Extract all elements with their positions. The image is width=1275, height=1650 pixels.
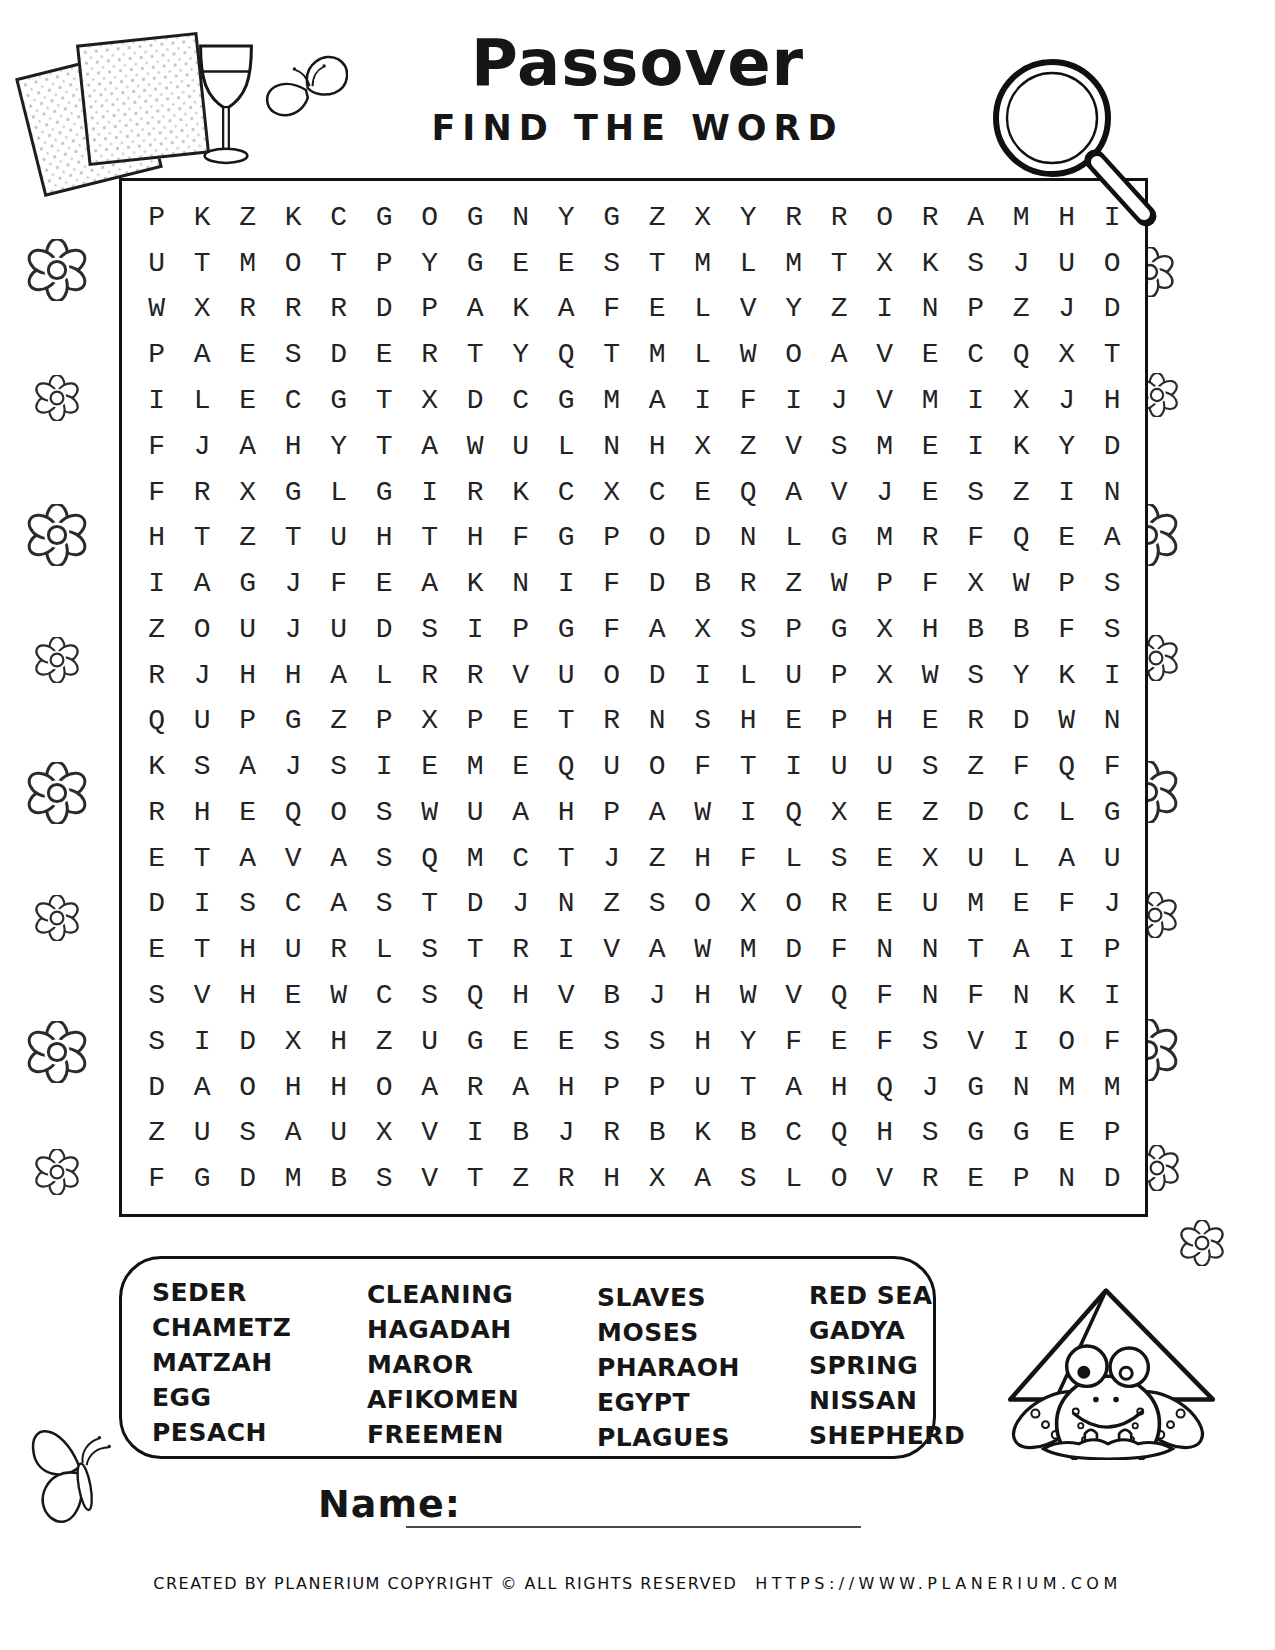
grid-cell[interactable]: C [271,378,317,424]
grid-cell[interactable]: P [771,607,817,653]
grid-cell[interactable]: R [134,653,180,699]
grid-cell[interactable]: R [453,470,499,516]
grid-cell[interactable]: R [817,882,863,928]
grid-cell[interactable]: Q [862,1065,908,1111]
grid-cell[interactable]: U [316,515,362,561]
grid-cell[interactable]: D [225,1019,271,1065]
grid-cell[interactable]: S [316,744,362,790]
grid-cell[interactable]: A [635,927,681,973]
grid-cell[interactable]: T [271,515,317,561]
grid-cell[interactable]: P [589,1065,635,1111]
grid-cell[interactable]: E [953,1156,999,1202]
grid-cell[interactable]: B [680,561,726,607]
grid-cell[interactable]: J [271,607,317,653]
grid-cell[interactable]: X [635,1156,681,1202]
grid-cell[interactable]: C [771,1110,817,1156]
grid-cell[interactable]: P [134,332,180,378]
grid-cell[interactable]: W [817,561,863,607]
grid-cell[interactable]: D [635,561,681,607]
grid-cell[interactable]: E [407,744,453,790]
grid-cell[interactable]: U [498,424,544,470]
grid-cell[interactable]: I [862,287,908,333]
grid-cell[interactable]: I [180,882,226,928]
grid-cell[interactable]: L [726,653,772,699]
grid-cell[interactable]: J [1044,287,1090,333]
grid-cell[interactable]: P [635,1065,681,1111]
grid-cell[interactable]: E [817,1019,863,1065]
grid-cell[interactable]: V [589,927,635,973]
grid-cell[interactable]: E [362,561,408,607]
grid-cell[interactable]: W [316,973,362,1019]
grid-cell[interactable]: H [134,515,180,561]
grid-cell[interactable]: M [225,241,271,287]
grid-cell[interactable]: E [134,927,180,973]
grid-cell[interactable]: M [453,836,499,882]
grid-cell[interactable]: J [635,973,681,1019]
grid-cell[interactable]: N [908,927,954,973]
grid-cell[interactable]: U [225,607,271,653]
grid-cell[interactable]: M [862,515,908,561]
grid-cell[interactable]: C [271,882,317,928]
grid-cell[interactable]: I [407,470,453,516]
grid-cell[interactable]: M [589,378,635,424]
grid-cell[interactable]: A [180,561,226,607]
grid-cell[interactable]: P [362,699,408,745]
grid-cell[interactable]: K [271,195,317,241]
grid-cell[interactable]: N [726,515,772,561]
grid-cell[interactable]: L [362,653,408,699]
grid-cell[interactable]: G [953,1110,999,1156]
grid-cell[interactable]: M [1044,1065,1090,1111]
grid-cell[interactable]: N [589,424,635,470]
grid-cell[interactable]: D [1090,1156,1136,1202]
grid-cell[interactable]: B [316,1156,362,1202]
grid-cell[interactable]: G [1090,790,1136,836]
grid-cell[interactable]: U [271,927,317,973]
grid-cell[interactable]: G [953,1065,999,1111]
grid-cell[interactable]: T [180,515,226,561]
grid-cell[interactable]: V [771,973,817,1019]
grid-cell[interactable]: I [726,790,772,836]
grid-cell[interactable]: B [953,607,999,653]
grid-cell[interactable]: G [316,378,362,424]
grid-cell[interactable]: J [180,424,226,470]
grid-cell[interactable]: A [316,653,362,699]
grid-cell[interactable]: O [316,790,362,836]
grid-cell[interactable]: E [271,973,317,1019]
grid-cell[interactable]: A [180,332,226,378]
grid-cell[interactable]: S [635,1019,681,1065]
grid-cell[interactable]: N [498,561,544,607]
grid-cell[interactable]: N [999,973,1045,1019]
grid-cell[interactable]: O [635,744,681,790]
grid-cell[interactable]: F [953,973,999,1019]
grid-cell[interactable]: E [908,424,954,470]
grid-cell[interactable]: E [908,332,954,378]
grid-cell[interactable]: B [498,1110,544,1156]
grid-cell[interactable]: D [362,607,408,653]
grid-cell[interactable]: U [1044,241,1090,287]
grid-cell[interactable]: O [771,332,817,378]
grid-cell[interactable]: U [817,744,863,790]
grid-cell[interactable]: A [180,1065,226,1111]
grid-cell[interactable]: L [680,287,726,333]
grid-cell[interactable]: Z [316,699,362,745]
grid-cell[interactable]: F [908,561,954,607]
grid-cell[interactable]: H [225,973,271,1019]
grid-cell[interactable]: X [817,790,863,836]
grid-cell[interactable]: U [407,1019,453,1065]
grid-cell[interactable]: S [1090,607,1136,653]
grid-cell[interactable]: Z [908,790,954,836]
grid-cell[interactable]: L [680,332,726,378]
grid-cell[interactable]: U [316,607,362,653]
grid-cell[interactable]: S [635,882,681,928]
grid-cell[interactable]: T [362,378,408,424]
grid-cell[interactable]: V [271,836,317,882]
grid-cell[interactable]: Z [134,1110,180,1156]
grid-cell[interactable]: H [271,653,317,699]
grid-cell[interactable]: U [1090,836,1136,882]
grid-cell[interactable]: L [771,1156,817,1202]
grid-cell[interactable]: U [544,653,590,699]
grid-cell[interactable]: X [908,836,954,882]
grid-cell[interactable]: V [771,424,817,470]
grid-cell[interactable]: D [362,287,408,333]
name-input-line[interactable] [406,1526,861,1528]
grid-cell[interactable]: N [1090,699,1136,745]
grid-cell[interactable]: R [225,287,271,333]
grid-cell[interactable]: I [680,378,726,424]
grid-cell[interactable]: C [316,195,362,241]
grid-cell[interactable]: R [544,1156,590,1202]
grid-cell[interactable]: R [589,699,635,745]
grid-cell[interactable]: O [180,607,226,653]
grid-cell[interactable]: X [407,699,453,745]
grid-cell[interactable]: M [908,378,954,424]
grid-cell[interactable]: W [407,790,453,836]
grid-cell[interactable]: X [407,378,453,424]
grid-cell[interactable]: A [316,836,362,882]
grid-cell[interactable]: H [1090,378,1136,424]
grid-cell[interactable]: S [589,1019,635,1065]
grid-cell[interactable]: K [908,241,954,287]
grid-cell[interactable]: U [953,836,999,882]
grid-cell[interactable]: L [544,424,590,470]
grid-cell[interactable]: J [544,1110,590,1156]
grid-cell[interactable]: X [1044,332,1090,378]
grid-cell[interactable]: K [999,424,1045,470]
grid-cell[interactable]: N [544,882,590,928]
grid-cell[interactable]: B [635,1110,681,1156]
grid-cell[interactable]: L [999,836,1045,882]
grid-cell[interactable]: H [589,1156,635,1202]
grid-cell[interactable]: X [862,607,908,653]
grid-cell[interactable]: R [134,790,180,836]
grid-cell[interactable]: Z [225,195,271,241]
grid-cell[interactable]: F [1090,1019,1136,1065]
grid-cell[interactable]: Y [498,332,544,378]
grid-cell[interactable]: F [726,836,772,882]
grid-cell[interactable]: H [544,1065,590,1111]
grid-cell[interactable]: S [134,1019,180,1065]
grid-cell[interactable]: A [635,378,681,424]
grid-cell[interactable]: X [680,424,726,470]
grid-cell[interactable]: T [362,424,408,470]
grid-cell[interactable]: U [908,882,954,928]
grid-cell[interactable]: N [999,1065,1045,1111]
grid-cell[interactable]: P [862,561,908,607]
grid-cell[interactable]: A [453,287,499,333]
grid-cell[interactable]: E [635,287,681,333]
grid-cell[interactable]: G [817,515,863,561]
grid-cell[interactable]: K [498,287,544,333]
grid-cell[interactable]: S [726,1156,772,1202]
grid-cell[interactable]: Q [726,470,772,516]
grid-cell[interactable]: S [362,1156,408,1202]
grid-cell[interactable]: N [498,195,544,241]
grid-cell[interactable]: I [544,927,590,973]
grid-cell[interactable]: F [134,424,180,470]
grid-cell[interactable]: E [1044,515,1090,561]
grid-cell[interactable]: F [589,287,635,333]
grid-cell[interactable]: Z [225,515,271,561]
grid-cell[interactable]: J [271,561,317,607]
grid-cell[interactable]: X [862,241,908,287]
grid-cell[interactable]: P [407,287,453,333]
grid-cell[interactable]: E [908,470,954,516]
grid-cell[interactable]: P [134,195,180,241]
grid-cell[interactable]: R [771,195,817,241]
grid-cell[interactable]: R [453,1065,499,1111]
grid-cell[interactable]: X [225,470,271,516]
grid-cell[interactable]: H [225,927,271,973]
grid-cell[interactable]: S [180,744,226,790]
grid-cell[interactable]: T [453,1156,499,1202]
grid-cell[interactable]: S [407,607,453,653]
grid-cell[interactable]: V [544,973,590,1019]
grid-cell[interactable]: P [1090,1110,1136,1156]
grid-cell[interactable]: Q [817,1110,863,1156]
grid-cell[interactable]: P [953,287,999,333]
grid-cell[interactable]: S [680,699,726,745]
grid-cell[interactable]: W [680,790,726,836]
grid-cell[interactable]: G [544,515,590,561]
grid-cell[interactable]: E [544,1019,590,1065]
grid-cell[interactable]: W [1044,699,1090,745]
grid-cell[interactable]: M [1090,1065,1136,1111]
grid-cell[interactable]: E [908,699,954,745]
grid-cell[interactable]: E [771,699,817,745]
grid-cell[interactable]: I [771,378,817,424]
grid-cell[interactable]: M [771,241,817,287]
grid-cell[interactable]: A [771,1065,817,1111]
grid-cell[interactable]: X [362,1110,408,1156]
grid-cell[interactable]: H [180,790,226,836]
grid-cell[interactable]: W [134,287,180,333]
grid-cell[interactable]: X [589,470,635,516]
grid-cell[interactable]: O [680,882,726,928]
grid-cell[interactable]: Z [953,744,999,790]
grid-cell[interactable]: F [134,470,180,516]
grid-cell[interactable]: D [635,653,681,699]
grid-cell[interactable]: Z [589,882,635,928]
grid-cell[interactable]: T [407,882,453,928]
grid-cell[interactable]: A [316,882,362,928]
grid-cell[interactable]: H [362,515,408,561]
grid-cell[interactable]: I [999,1019,1045,1065]
grid-cell[interactable]: G [362,470,408,516]
grid-cell[interactable]: P [817,653,863,699]
grid-cell[interactable]: R [407,332,453,378]
grid-cell[interactable]: E [862,790,908,836]
grid-cell[interactable]: O [635,515,681,561]
grid-cell[interactable]: M [453,744,499,790]
grid-cell[interactable]: F [817,927,863,973]
grid-cell[interactable]: G [225,561,271,607]
grid-cell[interactable]: E [498,241,544,287]
grid-cell[interactable]: O [362,1065,408,1111]
grid-cell[interactable]: Q [407,836,453,882]
grid-cell[interactable]: L [316,470,362,516]
grid-cell[interactable]: O [225,1065,271,1111]
grid-cell[interactable]: S [953,241,999,287]
grid-cell[interactable]: R [498,927,544,973]
grid-cell[interactable]: S [726,607,772,653]
grid-cell[interactable]: S [271,332,317,378]
grid-cell[interactable]: C [953,332,999,378]
grid-cell[interactable]: R [817,195,863,241]
grid-cell[interactable]: F [680,744,726,790]
grid-cell[interactable]: A [271,1110,317,1156]
grid-cell[interactable]: U [680,1065,726,1111]
grid-cell[interactable]: H [680,836,726,882]
grid-cell[interactable]: F [862,1019,908,1065]
grid-cell[interactable]: C [498,836,544,882]
grid-cell[interactable]: H [862,1110,908,1156]
grid-cell[interactable]: F [589,607,635,653]
grid-cell[interactable]: Z [498,1156,544,1202]
grid-cell[interactable]: S [362,836,408,882]
grid-cell[interactable]: S [908,1110,954,1156]
grid-cell[interactable]: G [453,1019,499,1065]
grid-cell[interactable]: U [453,790,499,836]
grid-cell[interactable]: E [134,836,180,882]
grid-cell[interactable]: E [498,1019,544,1065]
grid-cell[interactable]: R [316,287,362,333]
grid-cell[interactable]: S [1090,561,1136,607]
grid-cell[interactable]: Y [771,287,817,333]
grid-cell[interactable]: T [817,241,863,287]
grid-cell[interactable]: G [271,470,317,516]
grid-cell[interactable]: Q [999,515,1045,561]
grid-cell[interactable]: C [635,470,681,516]
grid-cell[interactable]: Z [362,1019,408,1065]
grid-cell[interactable]: T [544,836,590,882]
grid-cell[interactable]: K [498,470,544,516]
grid-cell[interactable]: Y [1044,424,1090,470]
grid-cell[interactable]: H [316,1065,362,1111]
grid-cell[interactable]: E [862,882,908,928]
grid-cell[interactable]: M [862,424,908,470]
grid-cell[interactable]: V [953,1019,999,1065]
grid-cell[interactable]: B [589,973,635,1019]
grid-cell[interactable]: R [908,1156,954,1202]
grid-cell[interactable]: Q [453,973,499,1019]
grid-cell[interactable]: F [134,1156,180,1202]
grid-cell[interactable]: K [453,561,499,607]
grid-cell[interactable]: R [316,927,362,973]
grid-cell[interactable]: P [498,607,544,653]
grid-cell[interactable]: D [771,927,817,973]
grid-cell[interactable]: J [180,653,226,699]
grid-cell[interactable]: J [1090,882,1136,928]
grid-cell[interactable]: G [453,195,499,241]
grid-cell[interactable]: S [908,1019,954,1065]
grid-cell[interactable]: E [680,470,726,516]
grid-cell[interactable]: H [225,653,271,699]
grid-cell[interactable]: S [407,973,453,1019]
grid-cell[interactable]: R [271,287,317,333]
grid-cell[interactable]: L [771,515,817,561]
grid-cell[interactable]: S [134,973,180,1019]
grid-cell[interactable]: I [680,653,726,699]
grid-cell[interactable]: S [953,653,999,699]
grid-cell[interactable]: F [726,378,772,424]
grid-cell[interactable]: T [953,927,999,973]
grid-cell[interactable]: Q [544,332,590,378]
grid-cell[interactable]: F [316,561,362,607]
grid-cell[interactable]: E [225,332,271,378]
grid-cell[interactable]: P [817,699,863,745]
grid-cell[interactable]: I [180,1019,226,1065]
grid-cell[interactable]: I [453,607,499,653]
grid-cell[interactable]: S [589,241,635,287]
grid-cell[interactable]: T [453,927,499,973]
grid-cell[interactable]: T [726,744,772,790]
grid-cell[interactable]: D [1090,424,1136,470]
grid-cell[interactable]: R [407,653,453,699]
grid-cell[interactable]: B [999,607,1045,653]
grid-cell[interactable]: C [999,790,1045,836]
grid-cell[interactable]: G [544,378,590,424]
grid-cell[interactable]: H [316,1019,362,1065]
grid-cell[interactable]: A [407,561,453,607]
grid-cell[interactable]: O [1090,241,1136,287]
grid-cell[interactable]: O [1044,1019,1090,1065]
grid-cell[interactable]: T [180,836,226,882]
grid-cell[interactable]: Q [1044,744,1090,790]
grid-cell[interactable]: X [726,882,772,928]
grid-cell[interactable]: A [225,424,271,470]
grid-cell[interactable]: T [407,515,453,561]
grid-cell[interactable]: G [817,607,863,653]
grid-cell[interactable]: G [271,699,317,745]
grid-cell[interactable]: A [498,1065,544,1111]
grid-cell[interactable]: N [635,699,681,745]
grid-cell[interactable]: V [817,470,863,516]
grid-cell[interactable]: T [589,332,635,378]
grid-cell[interactable]: H [498,973,544,1019]
grid-cell[interactable]: U [134,241,180,287]
grid-cell[interactable]: U [180,1110,226,1156]
grid-cell[interactable]: H [271,1065,317,1111]
grid-cell[interactable]: Z [134,607,180,653]
grid-cell[interactable]: O [271,241,317,287]
grid-cell[interactable]: I [1044,470,1090,516]
grid-cell[interactable]: D [1090,287,1136,333]
grid-cell[interactable]: E [544,241,590,287]
